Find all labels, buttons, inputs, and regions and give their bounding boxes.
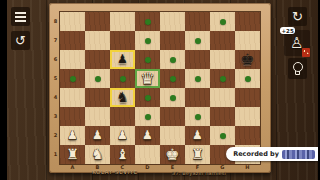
square-d4[interactable] bbox=[135, 88, 160, 107]
square-c2[interactable]: ♟ bbox=[110, 126, 135, 145]
white-pawn-d2: ♟ bbox=[135, 126, 160, 145]
square-c8[interactable] bbox=[110, 12, 135, 31]
square-g5[interactable] bbox=[210, 69, 235, 88]
square-d7[interactable] bbox=[135, 31, 160, 50]
square-c6[interactable]: ♟ bbox=[110, 50, 135, 69]
legal-move-dot-d7[interactable] bbox=[145, 38, 151, 44]
white-rook-f1: ♜ bbox=[185, 145, 210, 164]
redo-button[interactable]: ↻ bbox=[288, 7, 307, 26]
square-f4[interactable] bbox=[185, 88, 210, 107]
square-h4[interactable] bbox=[235, 88, 260, 107]
square-a7[interactable] bbox=[60, 31, 85, 50]
white-knight-b1: ♞ bbox=[85, 145, 110, 164]
square-g8[interactable] bbox=[210, 12, 235, 31]
square-b5[interactable] bbox=[85, 69, 110, 88]
legal-move-dot-b5[interactable] bbox=[95, 76, 101, 82]
square-h6[interactable]: ♚ bbox=[235, 50, 260, 69]
square-a3[interactable] bbox=[60, 107, 85, 126]
square-g6[interactable] bbox=[210, 50, 235, 69]
square-a1[interactable]: ♜ bbox=[60, 145, 85, 164]
legal-move-dot-d6[interactable] bbox=[145, 57, 151, 63]
square-f3[interactable] bbox=[185, 107, 210, 126]
square-b4[interactable] bbox=[85, 88, 110, 107]
white-pawn-f2: ♟ bbox=[185, 126, 210, 145]
white-king-e1: ♚ bbox=[160, 145, 185, 164]
square-h2[interactable] bbox=[235, 126, 260, 145]
square-f6[interactable] bbox=[185, 50, 210, 69]
left-black-strip bbox=[0, 0, 7, 180]
legal-move-dot-c5[interactable] bbox=[120, 76, 126, 82]
white-bishop-c1: ♝ bbox=[110, 145, 135, 164]
square-a6[interactable] bbox=[60, 50, 85, 69]
legal-move-dot-d4[interactable] bbox=[145, 95, 151, 101]
legal-move-dot-g5[interactable] bbox=[220, 76, 226, 82]
square-c5[interactable] bbox=[110, 69, 135, 88]
legal-move-dot-e5[interactable] bbox=[170, 76, 176, 82]
legal-move-dot-f3[interactable] bbox=[195, 114, 201, 120]
chess-board[interactable]: ♟♚♛♞♟♟♟♟♟♜♞♝♚♜ bbox=[60, 12, 260, 164]
legal-move-dot-f7[interactable] bbox=[195, 38, 201, 44]
white-rook-a1: ♜ bbox=[60, 145, 85, 164]
square-g2[interactable] bbox=[210, 126, 235, 145]
square-a5[interactable] bbox=[60, 69, 85, 88]
square-h5[interactable] bbox=[235, 69, 260, 88]
square-c4[interactable]: ♞ bbox=[110, 88, 135, 107]
square-g3[interactable] bbox=[210, 107, 235, 126]
white-pawn-b2: ♟ bbox=[85, 126, 110, 145]
black-king-h6: ♚ bbox=[235, 50, 260, 69]
legal-move-dot-d8[interactable] bbox=[145, 19, 151, 25]
legal-move-dot-a5[interactable] bbox=[70, 76, 76, 82]
square-g7[interactable] bbox=[210, 31, 235, 50]
redo-icon: ↻ bbox=[292, 10, 303, 23]
recorder-logo bbox=[282, 150, 315, 159]
white-queen-d5: ♛ bbox=[135, 69, 160, 88]
square-d1[interactable] bbox=[135, 145, 160, 164]
square-h3[interactable] bbox=[235, 107, 260, 126]
square-c7[interactable] bbox=[110, 31, 135, 50]
rating-change-badge: +25 bbox=[280, 27, 295, 34]
black-knight-c4: ♞ bbox=[110, 88, 135, 107]
square-b7[interactable] bbox=[85, 31, 110, 50]
legal-move-dot-g2[interactable] bbox=[220, 133, 226, 139]
legal-move-dot-h5[interactable] bbox=[245, 76, 251, 82]
square-d2[interactable]: ♟ bbox=[135, 126, 160, 145]
legal-move-dot-g8[interactable] bbox=[220, 19, 226, 25]
undo-icon: ↺ bbox=[15, 34, 26, 47]
square-g4[interactable] bbox=[210, 88, 235, 107]
square-e7[interactable] bbox=[160, 31, 185, 50]
legal-move-dot-e6[interactable] bbox=[170, 57, 176, 63]
square-f8[interactable] bbox=[185, 12, 210, 31]
rank-label-8: 8 bbox=[52, 18, 59, 24]
square-e6[interactable] bbox=[160, 50, 185, 69]
square-c1[interactable]: ♝ bbox=[110, 145, 135, 164]
square-f1[interactable]: ♜ bbox=[185, 145, 210, 164]
square-d6[interactable] bbox=[135, 50, 160, 69]
rank-label-4: 4 bbox=[52, 94, 59, 100]
legal-move-dot-f5[interactable] bbox=[195, 76, 201, 82]
screen-recorder-watermark: Recorded by bbox=[226, 147, 318, 161]
square-b2[interactable]: ♟ bbox=[85, 126, 110, 145]
square-h7[interactable] bbox=[235, 31, 260, 50]
rank-label-3: 3 bbox=[52, 113, 59, 119]
hint-bulb-icon bbox=[293, 62, 303, 72]
black-pawn-c6: ♟ bbox=[110, 50, 135, 69]
square-c3[interactable] bbox=[110, 107, 135, 126]
square-b6[interactable] bbox=[85, 50, 110, 69]
rank-label-7: 7 bbox=[52, 37, 59, 43]
hint-button[interactable] bbox=[288, 58, 307, 79]
rank-label-6: 6 bbox=[52, 56, 59, 62]
square-b3[interactable] bbox=[85, 107, 110, 126]
square-e8[interactable] bbox=[160, 12, 185, 31]
legal-move-dot-e4[interactable] bbox=[170, 95, 176, 101]
white-pawn-c2: ♟ bbox=[110, 126, 135, 145]
rank-label-1: 1 bbox=[52, 151, 59, 157]
square-b1[interactable]: ♞ bbox=[85, 145, 110, 164]
undo-button[interactable]: ↺ bbox=[11, 31, 30, 50]
menu-icon bbox=[15, 16, 26, 18]
square-e4[interactable] bbox=[160, 88, 185, 107]
move-turn-label: 37. Beyazın hamlesi bbox=[172, 170, 262, 176]
square-e1[interactable]: ♚ bbox=[160, 145, 185, 164]
square-d8[interactable] bbox=[135, 12, 160, 31]
legal-move-dot-d3[interactable] bbox=[145, 114, 151, 120]
square-h8[interactable] bbox=[235, 12, 260, 31]
app-screen: ♟♚♛♞♟♟♟♟♟♜♞♝♚♜ ABCDEFGH87654321 ↺ ↻ ♙ +2… bbox=[0, 0, 320, 180]
square-a2[interactable]: ♟ bbox=[60, 126, 85, 145]
square-a4[interactable] bbox=[60, 88, 85, 107]
square-e5[interactable] bbox=[160, 69, 185, 88]
square-f2[interactable]: ♟ bbox=[185, 126, 210, 145]
menu-button[interactable] bbox=[11, 7, 30, 26]
square-f5[interactable] bbox=[185, 69, 210, 88]
red-notification-badge bbox=[302, 48, 310, 57]
level-label: KOLAY SEVİYE bbox=[60, 169, 170, 175]
square-d3[interactable] bbox=[135, 107, 160, 126]
square-a8[interactable] bbox=[60, 12, 85, 31]
rating-button[interactable]: ♙ +25 bbox=[284, 30, 310, 56]
square-e3[interactable] bbox=[160, 107, 185, 126]
square-e2[interactable] bbox=[160, 126, 185, 145]
square-d5[interactable]: ♛ bbox=[135, 69, 160, 88]
watermark-text: Recorded by bbox=[233, 150, 279, 158]
rank-label-5: 5 bbox=[52, 75, 59, 81]
square-f7[interactable] bbox=[185, 31, 210, 50]
square-b8[interactable] bbox=[85, 12, 110, 31]
rank-label-2: 2 bbox=[52, 132, 59, 138]
white-pawn-a2: ♟ bbox=[60, 126, 85, 145]
